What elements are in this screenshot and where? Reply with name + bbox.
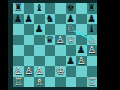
square-b4[interactable]	[24, 45, 35, 56]
square-a8[interactable]: ♜	[13, 3, 24, 14]
square-b2[interactable]: ♙	[24, 66, 35, 77]
square-c8[interactable]: ♝	[34, 3, 45, 14]
square-c6[interactable]: ♟	[34, 24, 45, 35]
letterbox-left	[0, 0, 8, 90]
square-c3[interactable]	[34, 56, 45, 67]
square-g4[interactable]: ♟	[76, 45, 87, 56]
square-d7[interactable]: ♞	[45, 14, 56, 25]
square-e8[interactable]	[55, 3, 66, 14]
white-king-e2: ♔	[56, 66, 65, 77]
square-h1[interactable]: ♖	[87, 77, 98, 88]
square-f8[interactable]: ♚	[66, 3, 77, 14]
square-e2[interactable]: ♔	[55, 66, 66, 77]
square-f3[interactable]: ♟	[66, 56, 77, 67]
black-rook-a8: ♜	[14, 3, 23, 14]
white-pawn-a2: ♙	[14, 66, 23, 77]
black-queen-d5: ♛	[45, 35, 54, 46]
white-pawn-e5: ♙	[56, 35, 65, 46]
black-pawn-f7: ♟	[66, 14, 75, 25]
square-d4[interactable]	[45, 45, 56, 56]
square-d1[interactable]	[45, 77, 56, 88]
square-a6[interactable]	[13, 24, 24, 35]
white-pawn-g3: ♙	[77, 56, 86, 67]
square-a3[interactable]	[13, 56, 24, 67]
square-b6[interactable]	[24, 24, 35, 35]
square-f5[interactable]: ♕	[66, 35, 77, 46]
white-knight-f6: ♘	[66, 24, 75, 35]
black-pawn-h7: ♟	[87, 14, 96, 25]
white-rook-a1: ♖	[14, 77, 23, 88]
square-e4[interactable]	[55, 45, 66, 56]
square-d3[interactable]	[45, 56, 56, 67]
black-pawn-c6: ♟	[35, 24, 44, 35]
white-knight-h5: ♘	[87, 35, 96, 46]
square-g3[interactable]: ♙	[76, 56, 87, 67]
square-c5[interactable]	[34, 35, 45, 46]
black-pawn-g4: ♟	[77, 45, 86, 56]
square-f4[interactable]	[66, 45, 77, 56]
square-f7[interactable]: ♟	[66, 14, 77, 25]
white-pawn-h4: ♙	[87, 45, 96, 56]
black-pawn-a7: ♟	[14, 14, 23, 25]
square-a7[interactable]: ♟	[13, 14, 24, 25]
square-a2[interactable]: ♙	[13, 66, 24, 77]
square-h6[interactable]: ♝	[87, 24, 98, 35]
square-g8[interactable]	[76, 3, 87, 14]
square-g5[interactable]	[76, 35, 87, 46]
square-b8[interactable]	[24, 3, 35, 14]
square-g6[interactable]	[76, 24, 87, 35]
square-e3[interactable]	[55, 56, 66, 67]
chess-app-screenshot: ♜♝♚♜♟♟♞♟♟♟♘♝♛♙♕♘♟♙♟♙♙♙♙♔♖♗♖	[0, 0, 120, 90]
square-h3[interactable]	[87, 56, 98, 67]
white-rook-h1: ♖	[87, 77, 96, 88]
black-pawn-f3: ♟	[66, 56, 75, 67]
square-c4[interactable]	[34, 45, 45, 56]
square-c7[interactable]	[34, 14, 45, 25]
square-g2[interactable]	[76, 66, 87, 77]
square-a1[interactable]: ♖	[13, 77, 24, 88]
black-knight-d7: ♞	[45, 14, 54, 25]
square-f6[interactable]: ♘	[66, 24, 77, 35]
square-f1[interactable]	[66, 77, 77, 88]
square-a4[interactable]	[13, 45, 24, 56]
square-b7[interactable]: ♟	[24, 14, 35, 25]
square-b3[interactable]	[24, 56, 35, 67]
white-queen-f5: ♕	[66, 35, 75, 46]
square-d8[interactable]	[45, 3, 56, 14]
square-g7[interactable]	[76, 14, 87, 25]
white-pawn-c2: ♙	[35, 66, 44, 77]
square-b5[interactable]	[24, 35, 35, 46]
white-pawn-b2: ♙	[24, 66, 33, 77]
square-d6[interactable]	[45, 24, 56, 35]
black-rook-h8: ♜	[87, 3, 96, 14]
white-bishop-c1: ♗	[35, 77, 44, 88]
square-c1[interactable]: ♗	[34, 77, 45, 88]
letterbox-right	[97, 0, 120, 90]
square-e6[interactable]	[55, 24, 66, 35]
square-e5[interactable]: ♙	[55, 35, 66, 46]
square-c2[interactable]: ♙	[34, 66, 45, 77]
square-d5[interactable]: ♛	[45, 35, 56, 46]
square-e1[interactable]	[55, 77, 66, 88]
black-pawn-b7: ♟	[24, 14, 33, 25]
square-e7[interactable]	[55, 14, 66, 25]
square-h4[interactable]: ♙	[87, 45, 98, 56]
square-b1[interactable]	[24, 77, 35, 88]
black-bishop-c8: ♝	[35, 3, 44, 14]
square-d2[interactable]	[45, 66, 56, 77]
black-king-f8: ♚	[66, 3, 75, 14]
black-bishop-h6: ♝	[87, 24, 96, 35]
square-g1[interactable]	[76, 77, 87, 88]
square-h2[interactable]	[87, 66, 98, 77]
square-h8[interactable]: ♜	[87, 3, 98, 14]
square-a5[interactable]	[13, 35, 24, 46]
square-h5[interactable]: ♘	[87, 35, 98, 46]
square-f2[interactable]	[66, 66, 77, 77]
square-h7[interactable]: ♟	[87, 14, 98, 25]
chess-board: ♜♝♚♜♟♟♞♟♟♟♘♝♛♙♕♘♟♙♟♙♙♙♙♔♖♗♖	[13, 3, 97, 87]
